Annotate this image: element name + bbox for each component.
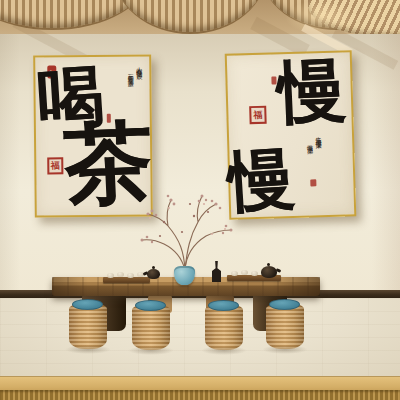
teapot-right	[261, 266, 277, 278]
mat-fringe	[0, 390, 400, 400]
side-inscription: 人间有味是清欢 三餐四季一盏茶	[126, 62, 144, 76]
rattan-stool	[266, 303, 304, 349]
side-inscription: 生活忽然慢下来 慢与温柔	[305, 132, 323, 143]
inscription-column: 生活忽然慢下来	[314, 132, 323, 143]
inscription-column: 慢与温柔	[305, 139, 314, 143]
square-seal-icon: 福	[47, 157, 63, 174]
teacup	[127, 273, 134, 278]
stool-cushion	[269, 299, 300, 310]
teacup	[117, 272, 124, 277]
stool-cushion	[72, 299, 103, 310]
seal-glyph: 福	[51, 159, 60, 172]
square-seal-icon: 福	[249, 106, 266, 124]
ceiling-light-glow	[285, 0, 355, 34]
teacup	[107, 273, 114, 278]
wood-floor	[0, 298, 400, 376]
tiny-seal	[310, 179, 316, 186]
dried-blossom-branches	[138, 192, 238, 272]
rattan-stool	[69, 303, 107, 349]
stool-cushion	[208, 300, 239, 311]
bamboo-shade-center	[112, 0, 268, 34]
teacup	[241, 270, 248, 275]
teacup	[251, 271, 258, 276]
seal-glyph: 福	[253, 108, 262, 121]
teacup	[231, 271, 238, 276]
poster-drink-tea: 印 人间有味是清欢 三餐四季一盏茶 喝 茶 福	[33, 54, 153, 217]
inscription-column: 人间有味是清欢	[135, 62, 144, 76]
teapot-left	[147, 269, 160, 279]
rattan-stool	[205, 304, 243, 350]
rattan-stool	[132, 304, 170, 350]
signature-mark	[271, 76, 276, 84]
poster-slowly: 慢 福 生活忽然慢下来 慢与温柔 慢	[225, 50, 357, 219]
tea-room-scene: 印 人间有味是清欢 三餐四季一盏茶 喝 茶 福 慢 福 生活忽然慢下来 慢与温柔…	[0, 0, 400, 400]
calligraphy-char-man-top: 慢	[276, 56, 347, 127]
stool-cushion	[135, 300, 166, 311]
inscription-column: 三餐四季一盏茶	[126, 70, 135, 77]
